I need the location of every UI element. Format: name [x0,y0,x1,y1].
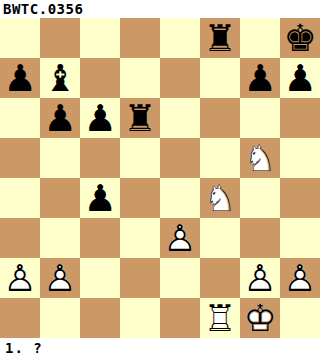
square-f2[interactable] [200,258,240,298]
square-e7[interactable] [160,58,200,98]
square-f7[interactable] [200,58,240,98]
square-e4[interactable] [160,178,200,218]
square-c2[interactable] [80,258,120,298]
square-h2[interactable]: ♟♙ [280,258,320,298]
square-a5[interactable] [0,138,40,178]
white-rook-f1: ♜♖ [200,298,240,338]
square-a6[interactable] [0,98,40,138]
square-e1[interactable] [160,298,200,338]
square-c5[interactable] [80,138,120,178]
square-a3[interactable] [0,218,40,258]
white-pawn-h2: ♟♙ [280,258,320,298]
square-f3[interactable] [200,218,240,258]
page-title: BWTC.0356 [0,0,320,18]
square-h5[interactable] [280,138,320,178]
square-b3[interactable] [40,218,80,258]
square-c4[interactable]: ♟ [80,178,120,218]
square-h3[interactable] [280,218,320,258]
square-e3[interactable]: ♟♙ [160,218,200,258]
black-pawn-g7: ♟ [240,58,280,98]
square-d7[interactable] [120,58,160,98]
white-king-g1: ♚♔ [240,298,280,338]
square-b1[interactable] [40,298,80,338]
square-f8[interactable]: ♜ [200,18,240,58]
move-prompt: 1. ? [0,338,320,360]
square-f6[interactable] [200,98,240,138]
white-pawn-b2: ♟♙ [40,258,80,298]
square-d1[interactable] [120,298,160,338]
square-h7[interactable]: ♟ [280,58,320,98]
black-pawn-a7: ♟ [0,58,40,98]
square-g1[interactable]: ♚♔ [240,298,280,338]
square-f5[interactable] [200,138,240,178]
square-a8[interactable] [0,18,40,58]
square-g3[interactable] [240,218,280,258]
square-e6[interactable] [160,98,200,138]
square-b5[interactable] [40,138,80,178]
white-pawn-a2: ♟♙ [0,258,40,298]
square-f1[interactable]: ♜♖ [200,298,240,338]
black-king-h8: ♚ [280,18,320,58]
square-b6[interactable]: ♟ [40,98,80,138]
square-d8[interactable] [120,18,160,58]
square-b2[interactable]: ♟♙ [40,258,80,298]
square-g4[interactable] [240,178,280,218]
square-c3[interactable] [80,218,120,258]
square-a4[interactable] [0,178,40,218]
square-c1[interactable] [80,298,120,338]
black-bishop-b7: ♝ [40,58,80,98]
square-b4[interactable] [40,178,80,218]
square-b8[interactable] [40,18,80,58]
black-pawn-h7: ♟ [280,58,320,98]
square-e5[interactable] [160,138,200,178]
chess-puzzle-window: BWTC.0356 ♜♚♟♝♟♟♟♟♜♞♘♟♞♘♟♙♟♙♟♙♟♙♟♙♜♖♚♔ 1… [0,0,320,360]
square-h8[interactable]: ♚ [280,18,320,58]
square-a2[interactable]: ♟♙ [0,258,40,298]
square-e2[interactable] [160,258,200,298]
square-a7[interactable]: ♟ [0,58,40,98]
black-pawn-c4: ♟ [80,178,120,218]
black-pawn-c6: ♟ [80,98,120,138]
square-d5[interactable] [120,138,160,178]
square-g2[interactable]: ♟♙ [240,258,280,298]
white-knight-g5: ♞♘ [240,138,280,178]
black-rook-f8: ♜ [200,18,240,58]
square-h4[interactable] [280,178,320,218]
square-g6[interactable] [240,98,280,138]
chess-board: ♜♚♟♝♟♟♟♟♜♞♘♟♞♘♟♙♟♙♟♙♟♙♟♙♜♖♚♔ [0,18,320,338]
square-c6[interactable]: ♟ [80,98,120,138]
square-a1[interactable] [0,298,40,338]
white-pawn-e3: ♟♙ [160,218,200,258]
square-g8[interactable] [240,18,280,58]
white-knight-f4: ♞♘ [200,178,240,218]
square-c8[interactable] [80,18,120,58]
square-h1[interactable] [280,298,320,338]
square-g7[interactable]: ♟ [240,58,280,98]
black-rook-d6: ♜ [120,98,160,138]
black-pawn-b6: ♟ [40,98,80,138]
white-pawn-g2: ♟♙ [240,258,280,298]
square-h6[interactable] [280,98,320,138]
square-e8[interactable] [160,18,200,58]
square-b7[interactable]: ♝ [40,58,80,98]
square-d2[interactable] [120,258,160,298]
square-f4[interactable]: ♞♘ [200,178,240,218]
square-c7[interactable] [80,58,120,98]
square-d6[interactable]: ♜ [120,98,160,138]
square-d3[interactable] [120,218,160,258]
square-d4[interactable] [120,178,160,218]
square-g5[interactable]: ♞♘ [240,138,280,178]
